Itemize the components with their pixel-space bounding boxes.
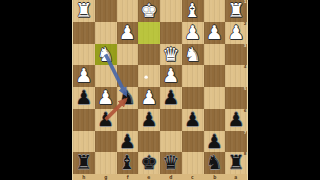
square-d8[interactable]: ♛ [160, 152, 182, 174]
square-e4[interactable] [138, 65, 160, 87]
piece-white-knight-c3[interactable]: ♞ [182, 44, 204, 66]
square-a4[interactable]: 4 [225, 65, 247, 87]
square-e8[interactable]: ♚ [138, 152, 160, 174]
file-label-h: h [82, 175, 85, 180]
square-g6[interactable]: ♟ [95, 109, 117, 131]
rank-label-4: 4 [244, 64, 247, 69]
board-squares-grid[interactable]: ♜♚♝♜1♟♟♟♟2♞♛♞3♟♟4♟♟♞♟♟5♟♟♟♟6♟♟7♜♝♚♛♞♜8 [73, 0, 247, 174]
piece-white-bishop-c1[interactable]: ♝ [182, 0, 204, 22]
square-g5[interactable]: ♟ [95, 87, 117, 109]
piece-white-queen-d3[interactable]: ♛ [160, 44, 182, 66]
square-g7[interactable] [95, 131, 117, 153]
piece-black-rook-h8[interactable]: ♜ [73, 152, 95, 174]
square-a3[interactable]: 3 [225, 44, 247, 66]
file-coordinates-strip: hgfedcba [73, 174, 247, 180]
piece-black-pawn-h5[interactable]: ♟ [73, 87, 95, 109]
piece-white-pawn-c2[interactable]: ♟ [182, 22, 204, 44]
square-h8[interactable]: ♜ [73, 152, 95, 174]
square-a2[interactable]: ♟2 [225, 22, 247, 44]
square-f1[interactable] [117, 0, 139, 22]
chess-board[interactable]: ♜♚♝♜1♟♟♟♟2♞♛♞3♟♟4♟♟♞♟♟5♟♟♟♟6♟♟7♜♝♚♛♞♜8 h… [72, 0, 248, 180]
piece-black-pawn-e6[interactable]: ♟ [138, 109, 160, 131]
file-cell-b: b [204, 174, 226, 180]
rank-label-1: 1 [244, 0, 247, 4]
piece-black-bishop-f8[interactable]: ♝ [117, 152, 139, 174]
piece-white-king-e1[interactable]: ♚ [138, 0, 160, 22]
last-move-highlight-e2 [138, 22, 160, 44]
square-d2[interactable] [160, 22, 182, 44]
piece-white-pawn-g5[interactable]: ♟ [95, 87, 117, 109]
square-a1[interactable]: ♜1 [225, 0, 247, 22]
square-d6[interactable] [160, 109, 182, 131]
square-d3[interactable]: ♛ [160, 44, 182, 66]
square-h1[interactable]: ♜ [73, 0, 95, 22]
file-label-f: f [126, 175, 128, 180]
piece-black-knight-b8[interactable]: ♞ [204, 152, 226, 174]
file-label-e: e [148, 175, 151, 180]
piece-white-rook-h1[interactable]: ♜ [73, 0, 95, 22]
rank-label-6: 6 [244, 108, 247, 113]
square-a7[interactable]: 7 [225, 131, 247, 153]
square-e3[interactable] [138, 44, 160, 66]
piece-white-pawn-h4[interactable]: ♟ [73, 65, 95, 87]
square-a5[interactable]: 5 [225, 87, 247, 109]
square-b7[interactable]: ♟ [204, 131, 226, 153]
square-c2[interactable]: ♟ [182, 22, 204, 44]
square-c5[interactable] [182, 87, 204, 109]
square-h5[interactable]: ♟ [73, 87, 95, 109]
square-h2[interactable] [73, 22, 95, 44]
file-cell-d: d [160, 174, 182, 180]
square-c6[interactable]: ♟ [182, 109, 204, 131]
file-cell-c: c [182, 174, 204, 180]
rank-label-5: 5 [244, 86, 247, 91]
piece-black-pawn-g6[interactable]: ♟ [95, 109, 117, 131]
square-g1[interactable] [95, 0, 117, 22]
piece-white-pawn-f2[interactable]: ♟ [117, 22, 139, 44]
piece-white-pawn-b2[interactable]: ♟ [204, 22, 226, 44]
file-label-b: b [213, 175, 216, 180]
piece-white-pawn-d4[interactable]: ♟ [160, 65, 182, 87]
square-g4[interactable] [95, 65, 117, 87]
square-g8[interactable] [95, 152, 117, 174]
square-c8[interactable] [182, 152, 204, 174]
file-label-c: c [191, 175, 194, 180]
square-c4[interactable] [182, 65, 204, 87]
file-cell-e: e [138, 174, 160, 180]
file-cell-h: h [73, 174, 95, 180]
square-e2[interactable] [138, 22, 160, 44]
square-f4[interactable] [117, 65, 139, 87]
piece-black-queen-d8[interactable]: ♛ [160, 152, 182, 174]
piece-black-pawn-b7[interactable]: ♟ [204, 131, 226, 153]
square-d1[interactable] [160, 0, 182, 22]
square-e1[interactable]: ♚ [138, 0, 160, 22]
square-b1[interactable] [204, 0, 226, 22]
square-f8[interactable]: ♝ [117, 152, 139, 174]
piece-white-knight-g3[interactable]: ♞ [95, 44, 117, 66]
square-a8[interactable]: ♜8 [225, 152, 247, 174]
square-h7[interactable] [73, 131, 95, 153]
file-label-g: g [104, 175, 107, 180]
file-label-d: d [169, 175, 172, 180]
piece-black-king-e8[interactable]: ♚ [138, 152, 160, 174]
square-h3[interactable] [73, 44, 95, 66]
square-b3[interactable] [204, 44, 226, 66]
square-f6[interactable] [117, 109, 139, 131]
piece-black-rook-a8[interactable]: ♜ [225, 152, 247, 174]
piece-white-pawn-e5[interactable]: ♟ [138, 87, 160, 109]
square-c7[interactable] [182, 131, 204, 153]
piece-black-pawn-f7[interactable]: ♟ [117, 131, 139, 153]
square-g2[interactable] [95, 22, 117, 44]
square-g3[interactable]: ♞ [95, 44, 117, 66]
square-f2[interactable]: ♟ [117, 22, 139, 44]
square-f7[interactable]: ♟ [117, 131, 139, 153]
square-b6[interactable] [204, 109, 226, 131]
square-c1[interactable]: ♝ [182, 0, 204, 22]
video-frame-letterbox: ♜♚♝♜1♟♟♟♟2♞♛♞3♟♟4♟♟♞♟♟5♟♟♟♟6♟♟7♜♝♚♛♞♜8 h… [0, 0, 320, 180]
square-h4[interactable]: ♟ [73, 65, 95, 87]
file-cell-g: g [95, 174, 117, 180]
square-b4[interactable] [204, 65, 226, 87]
square-b5[interactable] [204, 87, 226, 109]
square-e6[interactable]: ♟ [138, 109, 160, 131]
square-d4[interactable]: ♟ [160, 65, 182, 87]
square-h6[interactable] [73, 109, 95, 131]
square-b8[interactable]: ♞ [204, 152, 226, 174]
square-c3[interactable]: ♞ [182, 44, 204, 66]
square-b2[interactable]: ♟ [204, 22, 226, 44]
rank-label-8: 8 [244, 151, 247, 156]
square-f5[interactable]: ♞ [117, 87, 139, 109]
file-cell-a: a [225, 174, 247, 180]
piece-black-pawn-d5[interactable]: ♟ [160, 87, 182, 109]
square-f3[interactable] [117, 44, 139, 66]
square-e7[interactable] [138, 131, 160, 153]
piece-black-knight-f5[interactable]: ♞ [117, 87, 139, 109]
file-label-a: a [235, 175, 238, 180]
square-d5[interactable]: ♟ [160, 87, 182, 109]
square-d7[interactable] [160, 131, 182, 153]
square-a6[interactable]: ♟6 [225, 109, 247, 131]
file-cell-f: f [117, 174, 139, 180]
piece-black-pawn-c6[interactable]: ♟ [182, 109, 204, 131]
square-e5[interactable]: ♟ [138, 87, 160, 109]
